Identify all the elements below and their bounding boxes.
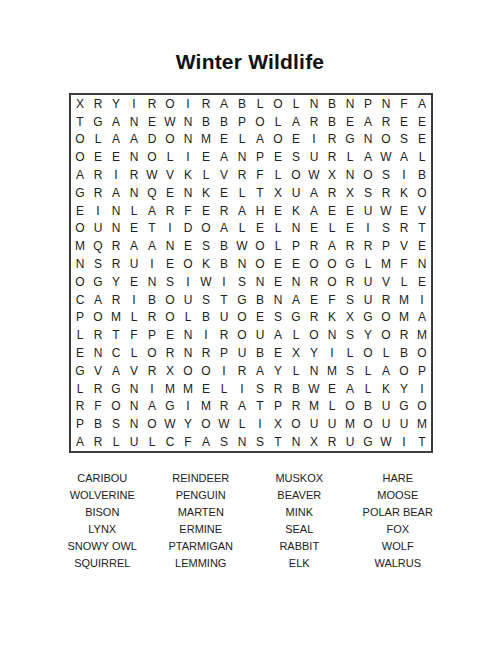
grid-cell[interactable]: V	[89, 362, 107, 380]
grid-cell[interactable]: R	[107, 255, 125, 273]
grid-cell[interactable]: N	[341, 95, 359, 113]
grid-cell[interactable]: O	[161, 291, 179, 309]
grid-cell[interactable]: R	[215, 398, 233, 416]
grid-cell[interactable]: L	[341, 148, 359, 166]
grid-cell[interactable]: R	[341, 237, 359, 255]
grid-cell[interactable]: L	[323, 220, 341, 238]
grid-cell[interactable]: A	[341, 380, 359, 398]
grid-cell[interactable]: I	[179, 273, 197, 291]
grid-cell[interactable]: O	[269, 95, 287, 113]
grid-cell[interactable]: L	[71, 326, 89, 344]
grid-cell[interactable]: I	[161, 220, 179, 238]
grid-cell[interactable]: L	[71, 380, 89, 398]
grid-cell[interactable]: N	[71, 255, 89, 273]
grid-cell[interactable]: R	[323, 131, 341, 149]
grid-cell[interactable]: O	[305, 255, 323, 273]
grid-cell[interactable]: U	[179, 291, 197, 309]
grid-cell[interactable]: O	[395, 362, 413, 380]
grid-cell[interactable]: E	[179, 237, 197, 255]
grid-cell[interactable]: S	[359, 184, 377, 202]
grid-cell[interactable]: B	[287, 380, 305, 398]
grid-cell[interactable]: K	[377, 380, 395, 398]
grid-cell[interactable]: V	[125, 362, 143, 380]
grid-cell[interactable]: X	[341, 184, 359, 202]
grid-cell[interactable]: U	[125, 255, 143, 273]
grid-cell[interactable]: X	[341, 309, 359, 327]
grid-cell[interactable]: R	[215, 326, 233, 344]
grid-cell[interactable]: R	[107, 237, 125, 255]
grid-cell[interactable]: N	[125, 398, 143, 416]
grid-cell[interactable]: E	[269, 273, 287, 291]
grid-cell[interactable]: F	[179, 202, 197, 220]
grid-cell[interactable]: S	[341, 291, 359, 309]
grid-cell[interactable]: O	[413, 344, 431, 362]
grid-cell[interactable]: N	[269, 291, 287, 309]
grid-cell[interactable]: I	[413, 380, 431, 398]
grid-cell[interactable]: R	[89, 184, 107, 202]
grid-cell[interactable]: A	[143, 202, 161, 220]
grid-cell[interactable]: W	[377, 433, 395, 451]
grid-cell[interactable]: B	[215, 113, 233, 131]
grid-cell[interactable]: E	[341, 220, 359, 238]
grid-cell[interactable]: N	[125, 380, 143, 398]
grid-cell[interactable]: O	[197, 362, 215, 380]
grid-cell[interactable]: R	[197, 95, 215, 113]
grid-cell[interactable]: I	[107, 166, 125, 184]
grid-cell[interactable]: O	[287, 166, 305, 184]
grid-cell[interactable]: P	[287, 237, 305, 255]
grid-cell[interactable]: O	[359, 344, 377, 362]
grid-cell[interactable]: A	[197, 433, 215, 451]
grid-cell[interactable]: I	[179, 398, 197, 416]
grid-cell[interactable]: A	[251, 362, 269, 380]
grid-cell[interactable]: S	[341, 326, 359, 344]
grid-cell[interactable]: W	[215, 415, 233, 433]
grid-cell[interactable]: E	[71, 344, 89, 362]
grid-cell[interactable]: O	[341, 398, 359, 416]
grid-cell[interactable]: E	[143, 113, 161, 131]
grid-cell[interactable]: L	[233, 220, 251, 238]
grid-cell[interactable]: L	[107, 433, 125, 451]
grid-cell[interactable]: R	[287, 398, 305, 416]
grid-cell[interactable]: U	[359, 291, 377, 309]
grid-cell[interactable]: C	[107, 344, 125, 362]
grid-cell[interactable]: R	[89, 95, 107, 113]
grid-cell[interactable]: E	[215, 131, 233, 149]
grid-cell[interactable]: A	[107, 184, 125, 202]
grid-cell[interactable]: G	[71, 362, 89, 380]
grid-cell[interactable]: I	[395, 166, 413, 184]
grid-cell[interactable]: N	[287, 433, 305, 451]
grid-cell[interactable]: E	[197, 202, 215, 220]
grid-cell[interactable]: T	[143, 220, 161, 238]
grid-cell[interactable]: Q	[89, 237, 107, 255]
grid-cell[interactable]: I	[179, 95, 197, 113]
grid-cell[interactable]: E	[269, 202, 287, 220]
grid-cell[interactable]: B	[323, 113, 341, 131]
grid-cell[interactable]: I	[125, 291, 143, 309]
grid-cell[interactable]: S	[233, 273, 251, 291]
grid-cell[interactable]: L	[233, 131, 251, 149]
grid-cell[interactable]: S	[215, 433, 233, 451]
grid-cell[interactable]: I	[89, 202, 107, 220]
grid-cell[interactable]: L	[377, 344, 395, 362]
grid-cell[interactable]: D	[179, 220, 197, 238]
grid-cell[interactable]: K	[197, 184, 215, 202]
grid-cell[interactable]: M	[413, 415, 431, 433]
grid-cell[interactable]: O	[251, 237, 269, 255]
grid-cell[interactable]: E	[71, 202, 89, 220]
grid-cell[interactable]: W	[305, 380, 323, 398]
grid-cell[interactable]: N	[233, 255, 251, 273]
grid-cell[interactable]: N	[125, 148, 143, 166]
grid-cell[interactable]: L	[143, 433, 161, 451]
grid-cell[interactable]: I	[305, 131, 323, 149]
grid-cell[interactable]: E	[161, 255, 179, 273]
grid-cell[interactable]: O	[323, 255, 341, 273]
grid-cell[interactable]: N	[179, 113, 197, 131]
grid-cell[interactable]: O	[197, 220, 215, 238]
grid-cell[interactable]: M	[197, 398, 215, 416]
grid-cell[interactable]: E	[323, 202, 341, 220]
grid-cell[interactable]: I	[323, 344, 341, 362]
grid-cell[interactable]: L	[233, 184, 251, 202]
grid-cell[interactable]: L	[359, 362, 377, 380]
grid-cell[interactable]: R	[395, 326, 413, 344]
grid-cell[interactable]: A	[359, 148, 377, 166]
grid-cell[interactable]: P	[269, 398, 287, 416]
grid-cell[interactable]: E	[413, 273, 431, 291]
grid-cell[interactable]: I	[215, 273, 233, 291]
grid-cell[interactable]: B	[413, 166, 431, 184]
grid-cell[interactable]: W	[143, 166, 161, 184]
grid-cell[interactable]: E	[395, 113, 413, 131]
grid-cell[interactable]: L	[287, 362, 305, 380]
grid-cell[interactable]: F	[395, 255, 413, 273]
grid-cell[interactable]: S	[251, 380, 269, 398]
grid-cell[interactable]: A	[215, 148, 233, 166]
grid-cell[interactable]: R	[143, 362, 161, 380]
grid-cell[interactable]: V	[395, 237, 413, 255]
grid-cell[interactable]: M	[395, 291, 413, 309]
grid-cell[interactable]: E	[305, 220, 323, 238]
grid-cell[interactable]: R	[395, 220, 413, 238]
grid-cell[interactable]: O	[143, 415, 161, 433]
grid-cell[interactable]: X	[269, 415, 287, 433]
grid-cell[interactable]: R	[233, 362, 251, 380]
grid-cell[interactable]: U	[233, 344, 251, 362]
grid-cell[interactable]: E	[197, 380, 215, 398]
grid-cell[interactable]: E	[323, 380, 341, 398]
grid-cell[interactable]: L	[161, 148, 179, 166]
grid-cell[interactable]: L	[341, 344, 359, 362]
grid-cell[interactable]: A	[125, 131, 143, 149]
grid-cell[interactable]: S	[197, 237, 215, 255]
grid-cell[interactable]: N	[143, 273, 161, 291]
grid-cell[interactable]: W	[377, 148, 395, 166]
grid-cell[interactable]: S	[377, 166, 395, 184]
grid-cell[interactable]: K	[179, 166, 197, 184]
grid-cell[interactable]: U	[395, 415, 413, 433]
grid-cell[interactable]: B	[359, 398, 377, 416]
grid-cell[interactable]: L	[323, 398, 341, 416]
grid-cell[interactable]: P	[377, 237, 395, 255]
grid-cell[interactable]: E	[341, 113, 359, 131]
grid-cell[interactable]: E	[287, 131, 305, 149]
grid-cell[interactable]: S	[341, 362, 359, 380]
grid-cell[interactable]: A	[89, 291, 107, 309]
grid-cell[interactable]: A	[143, 237, 161, 255]
grid-cell[interactable]: S	[377, 220, 395, 238]
grid-cell[interactable]: N	[233, 433, 251, 451]
grid-cell[interactable]: I	[251, 415, 269, 433]
grid-cell[interactable]: P	[143, 326, 161, 344]
grid-cell[interactable]: A	[323, 237, 341, 255]
grid-cell[interactable]: O	[377, 131, 395, 149]
grid-cell[interactable]: V	[377, 273, 395, 291]
grid-cell[interactable]: L	[269, 166, 287, 184]
grid-cell[interactable]: W	[377, 202, 395, 220]
grid-cell[interactable]: O	[107, 398, 125, 416]
grid-cell[interactable]: O	[179, 255, 197, 273]
grid-cell[interactable]: N	[179, 344, 197, 362]
grid-cell[interactable]: G	[341, 131, 359, 149]
grid-cell[interactable]: S	[251, 433, 269, 451]
grid-cell[interactable]: O	[197, 415, 215, 433]
grid-cell[interactable]: R	[89, 166, 107, 184]
grid-cell[interactable]: U	[359, 273, 377, 291]
grid-cell[interactable]: M	[305, 398, 323, 416]
grid-cell[interactable]: P	[251, 148, 269, 166]
grid-cell[interactable]: R	[377, 113, 395, 131]
grid-cell[interactable]: M	[395, 309, 413, 327]
grid-cell[interactable]: I	[359, 220, 377, 238]
grid-cell[interactable]: E	[251, 220, 269, 238]
grid-cell[interactable]: N	[89, 344, 107, 362]
grid-cell[interactable]: T	[251, 184, 269, 202]
grid-cell[interactable]: R	[305, 113, 323, 131]
grid-cell[interactable]: O	[413, 184, 431, 202]
grid-cell[interactable]: G	[359, 309, 377, 327]
grid-cell[interactable]: N	[161, 237, 179, 255]
grid-cell[interactable]: N	[125, 184, 143, 202]
grid-cell[interactable]: R	[197, 344, 215, 362]
grid-cell[interactable]: O	[161, 131, 179, 149]
grid-cell[interactable]: L	[125, 202, 143, 220]
grid-cell[interactable]: T	[413, 220, 431, 238]
grid-cell[interactable]: B	[89, 415, 107, 433]
grid-cell[interactable]: R	[125, 166, 143, 184]
grid-cell[interactable]: E	[287, 255, 305, 273]
grid-cell[interactable]: T	[71, 113, 89, 131]
grid-cell[interactable]: O	[71, 220, 89, 238]
grid-cell[interactable]: N	[287, 220, 305, 238]
grid-cell[interactable]: X	[161, 362, 179, 380]
grid-cell[interactable]: N	[305, 362, 323, 380]
grid-cell[interactable]: L	[215, 380, 233, 398]
grid-cell[interactable]: Y	[359, 326, 377, 344]
grid-cell[interactable]: X	[323, 166, 341, 184]
grid-cell[interactable]: M	[161, 380, 179, 398]
grid-cell[interactable]: G	[341, 255, 359, 273]
grid-cell[interactable]: M	[197, 131, 215, 149]
grid-cell[interactable]: O	[359, 415, 377, 433]
grid-cell[interactable]: Q	[143, 184, 161, 202]
grid-cell[interactable]: O	[413, 398, 431, 416]
grid-cell[interactable]: O	[323, 273, 341, 291]
grid-cell[interactable]: E	[341, 202, 359, 220]
grid-cell[interactable]: B	[215, 255, 233, 273]
grid-cell[interactable]: R	[377, 291, 395, 309]
grid-cell[interactable]: V	[413, 202, 431, 220]
grid-cell[interactable]: F	[89, 398, 107, 416]
grid-cell[interactable]: A	[71, 166, 89, 184]
grid-cell[interactable]: A	[287, 113, 305, 131]
grid-cell[interactable]: K	[197, 255, 215, 273]
grid-cell[interactable]: K	[395, 184, 413, 202]
grid-cell[interactable]: C	[71, 291, 89, 309]
grid-cell[interactable]: T	[269, 433, 287, 451]
grid-cell[interactable]: R	[233, 166, 251, 184]
grid-cell[interactable]: G	[89, 273, 107, 291]
grid-cell[interactable]: N	[323, 326, 341, 344]
grid-cell[interactable]: N	[233, 148, 251, 166]
grid-cell[interactable]: M	[413, 326, 431, 344]
grid-cell[interactable]: R	[269, 380, 287, 398]
grid-cell[interactable]: O	[251, 255, 269, 273]
grid-cell[interactable]: D	[143, 131, 161, 149]
grid-cell[interactable]: A	[107, 113, 125, 131]
grid-cell[interactable]: R	[89, 326, 107, 344]
grid-cell[interactable]: E	[125, 220, 143, 238]
grid-cell[interactable]: E	[269, 344, 287, 362]
grid-cell[interactable]: E	[89, 148, 107, 166]
grid-cell[interactable]: T	[413, 433, 431, 451]
grid-cell[interactable]: M	[377, 255, 395, 273]
grid-cell[interactable]: A	[251, 131, 269, 149]
grid-cell[interactable]: L	[179, 309, 197, 327]
grid-cell[interactable]: N	[125, 415, 143, 433]
grid-cell[interactable]: W	[305, 166, 323, 184]
grid-cell[interactable]: R	[323, 184, 341, 202]
grid-cell[interactable]: W	[197, 273, 215, 291]
grid-cell[interactable]: A	[413, 95, 431, 113]
grid-cell[interactable]: I	[233, 380, 251, 398]
grid-cell[interactable]: N	[107, 220, 125, 238]
grid-cell[interactable]: R	[161, 202, 179, 220]
grid-cell[interactable]: L	[125, 309, 143, 327]
grid-cell[interactable]: A	[305, 184, 323, 202]
grid-cell[interactable]: A	[143, 398, 161, 416]
grid-cell[interactable]: R	[161, 344, 179, 362]
grid-cell[interactable]: U	[89, 220, 107, 238]
grid-cell[interactable]: S	[395, 131, 413, 149]
grid-cell[interactable]: O	[377, 326, 395, 344]
grid-cell[interactable]: N	[107, 202, 125, 220]
grid-cell[interactable]: G	[359, 433, 377, 451]
grid-cell[interactable]: A	[305, 202, 323, 220]
grid-cell[interactable]: B	[395, 344, 413, 362]
grid-cell[interactable]: A	[233, 202, 251, 220]
grid-cell[interactable]: R	[215, 202, 233, 220]
grid-cell[interactable]: P	[71, 415, 89, 433]
grid-cell[interactable]: Y	[107, 273, 125, 291]
grid-cell[interactable]: O	[161, 309, 179, 327]
grid-cell[interactable]: G	[89, 113, 107, 131]
grid-cell[interactable]: A	[107, 362, 125, 380]
grid-cell[interactable]: F	[395, 95, 413, 113]
grid-cell[interactable]: G	[71, 184, 89, 202]
grid-cell[interactable]: U	[305, 148, 323, 166]
grid-cell[interactable]: B	[251, 344, 269, 362]
grid-cell[interactable]: U	[305, 415, 323, 433]
grid-cell[interactable]: I	[413, 291, 431, 309]
grid-cell[interactable]: A	[377, 362, 395, 380]
grid-cell[interactable]: A	[233, 398, 251, 416]
grid-cell[interactable]: E	[269, 148, 287, 166]
grid-cell[interactable]: F	[179, 433, 197, 451]
grid-cell[interactable]: E	[269, 255, 287, 273]
grid-cell[interactable]: U	[341, 433, 359, 451]
grid-cell[interactable]: T	[107, 326, 125, 344]
grid-cell[interactable]: R	[377, 184, 395, 202]
grid-cell[interactable]: B	[197, 113, 215, 131]
grid-cell[interactable]: O	[143, 148, 161, 166]
grid-cell[interactable]: S	[161, 273, 179, 291]
grid-cell[interactable]: R	[323, 433, 341, 451]
grid-cell[interactable]: N	[251, 273, 269, 291]
grid-cell[interactable]: E	[161, 326, 179, 344]
grid-cell[interactable]: R	[305, 237, 323, 255]
grid-cell[interactable]: F	[323, 291, 341, 309]
grid-cell[interactable]: E	[161, 184, 179, 202]
grid-cell[interactable]: S	[89, 255, 107, 273]
grid-cell[interactable]: H	[251, 202, 269, 220]
grid-cell[interactable]: F	[125, 326, 143, 344]
grid-cell[interactable]: E	[305, 291, 323, 309]
grid-cell[interactable]: I	[143, 380, 161, 398]
grid-cell[interactable]: U	[251, 326, 269, 344]
grid-cell[interactable]: R	[323, 148, 341, 166]
grid-cell[interactable]: N	[125, 113, 143, 131]
grid-cell[interactable]: O	[305, 326, 323, 344]
grid-cell[interactable]: A	[215, 95, 233, 113]
grid-cell[interactable]: L	[395, 273, 413, 291]
grid-cell[interactable]: V	[215, 166, 233, 184]
grid-cell[interactable]: N	[179, 184, 197, 202]
grid-cell[interactable]: O	[71, 131, 89, 149]
grid-cell[interactable]: I	[179, 148, 197, 166]
grid-cell[interactable]: E	[197, 148, 215, 166]
grid-cell[interactable]: L	[197, 166, 215, 184]
grid-cell[interactable]: L	[233, 415, 251, 433]
grid-cell[interactable]: R	[359, 237, 377, 255]
grid-cell[interactable]: K	[323, 309, 341, 327]
grid-cell[interactable]: T	[215, 291, 233, 309]
grid-cell[interactable]: U	[323, 415, 341, 433]
grid-cell[interactable]: R	[71, 398, 89, 416]
grid-cell[interactable]: B	[143, 291, 161, 309]
grid-cell[interactable]: G	[161, 398, 179, 416]
grid-cell[interactable]: U	[377, 398, 395, 416]
grid-cell[interactable]: V	[161, 166, 179, 184]
grid-cell[interactable]: O	[71, 148, 89, 166]
grid-cell[interactable]: M	[179, 380, 197, 398]
grid-cell[interactable]: N	[179, 131, 197, 149]
grid-cell[interactable]: P	[71, 309, 89, 327]
grid-cell[interactable]: G	[107, 380, 125, 398]
grid-cell[interactable]: O	[359, 166, 377, 184]
